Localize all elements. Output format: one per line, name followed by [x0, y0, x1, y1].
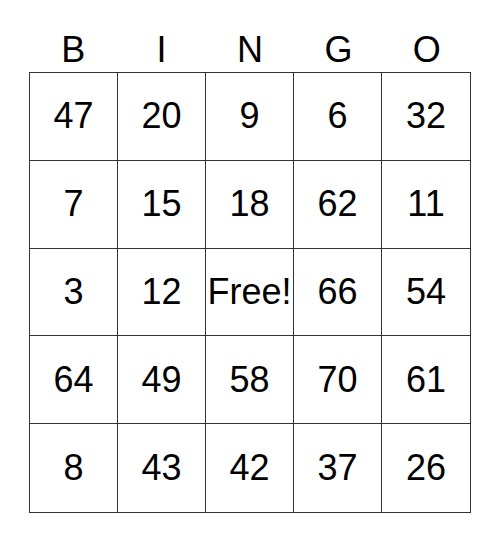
cell-r1c3[interactable]: 9 — [206, 73, 294, 161]
cell-r4c5[interactable]: 61 — [382, 336, 470, 424]
bingo-board: 47 20 9 6 32 7 15 18 62 11 3 12 Free! 66… — [29, 72, 471, 513]
cell-r1c2[interactable]: 20 — [118, 73, 206, 161]
cell-r2c3[interactable]: 18 — [206, 161, 294, 249]
cell-r3c5[interactable]: 54 — [382, 249, 470, 337]
cell-r5c5[interactable]: 26 — [382, 424, 470, 512]
cell-r5c1[interactable]: 8 — [30, 424, 118, 512]
cell-r3c2[interactable]: 12 — [118, 249, 206, 337]
bingo-card: B I N G O 47 20 9 6 32 7 15 18 62 11 3 1… — [0, 0, 500, 544]
cell-r2c1[interactable]: 7 — [30, 161, 118, 249]
cell-r5c4[interactable]: 37 — [294, 424, 382, 512]
free-cell[interactable]: Free! — [206, 249, 294, 337]
cell-r2c4[interactable]: 62 — [294, 161, 382, 249]
header-letter-n: N — [206, 0, 294, 72]
cell-r3c1[interactable]: 3 — [30, 249, 118, 337]
cell-r5c2[interactable]: 43 — [118, 424, 206, 512]
cell-r4c2[interactable]: 49 — [118, 336, 206, 424]
cell-r4c4[interactable]: 70 — [294, 336, 382, 424]
cell-r3c4[interactable]: 66 — [294, 249, 382, 337]
cell-r2c2[interactable]: 15 — [118, 161, 206, 249]
header-letter-i: I — [117, 0, 205, 72]
cell-r4c1[interactable]: 64 — [30, 336, 118, 424]
cell-r4c3[interactable]: 58 — [206, 336, 294, 424]
header-letter-g: G — [294, 0, 382, 72]
cell-r1c5[interactable]: 32 — [382, 73, 470, 161]
cell-r1c4[interactable]: 6 — [294, 73, 382, 161]
header-letter-o: O — [383, 0, 471, 72]
cell-r2c5[interactable]: 11 — [382, 161, 470, 249]
header-letter-b: B — [29, 0, 117, 72]
bingo-header: B I N G O — [29, 0, 471, 72]
cell-r1c1[interactable]: 47 — [30, 73, 118, 161]
cell-r5c3[interactable]: 42 — [206, 424, 294, 512]
